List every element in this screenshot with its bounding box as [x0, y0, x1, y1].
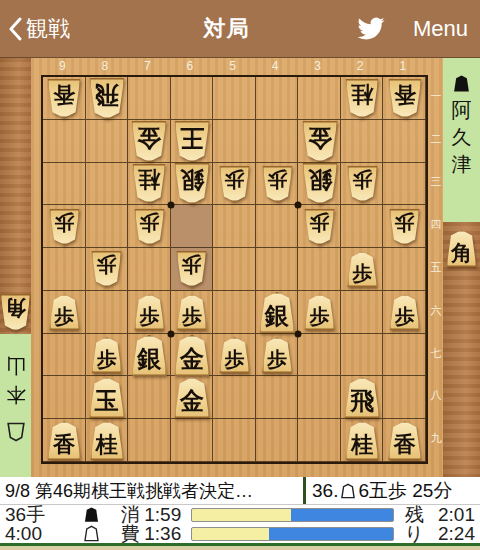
sente-nameplate: 阿 久 津: [443, 58, 480, 222]
shogi-board[interactable]: 987654321 一二三四五六七八九 香飛桂香金王金桂銀歩歩銀歩歩歩歩歩歩歩歩…: [31, 58, 443, 477]
board-cell-3九[interactable]: [298, 419, 341, 462]
board-grid: 香飛桂香金王金桂銀歩歩銀歩歩歩歩歩歩歩歩歩歩歩銀歩歩歩銀金歩歩玉金飛香桂桂香: [41, 75, 428, 464]
board-cell-4一[interactable]: [256, 77, 299, 120]
board-cell-2六[interactable]: [341, 291, 384, 334]
shogi-piece-歩-sente: 歩: [389, 294, 420, 330]
file-label: 7: [126, 59, 169, 73]
page-title: 対局: [98, 14, 355, 44]
board-cell-8二[interactable]: [86, 120, 129, 163]
shogi-piece-歩-sente: 歩: [347, 251, 378, 287]
gote-side-strip: 角 山 本: [0, 58, 31, 477]
board-cell-3一[interactable]: [298, 77, 341, 120]
shogi-piece-歩-sente: 歩: [304, 294, 335, 330]
board-cell-9六[interactable]: 歩: [43, 291, 86, 334]
board-cell-6八[interactable]: 金: [171, 376, 214, 419]
board-cell-2七[interactable]: [341, 334, 384, 377]
board-cell-8一[interactable]: 飛: [86, 77, 129, 120]
rank-label: 四: [428, 217, 444, 232]
board-cell-2一[interactable]: 桂: [341, 77, 384, 120]
board-cell-3六[interactable]: 歩: [298, 291, 341, 334]
board-cell-1四[interactable]: 歩: [383, 205, 426, 248]
event-title: 9/8 第46期棋王戦挑戦者決定…: [0, 479, 303, 503]
board-cell-8八[interactable]: 玉: [86, 376, 129, 419]
shogi-piece-飛-sente: 飛: [344, 377, 380, 418]
board-cell-4五[interactable]: [256, 248, 299, 291]
board-cell-5一[interactable]: [213, 77, 256, 120]
shogi-piece-香-sente: 香: [47, 421, 81, 460]
file-label: 2: [339, 59, 382, 73]
gote-piece-stand: 角: [0, 58, 31, 334]
gote-remaining-time: 2:24: [424, 523, 480, 545]
gote-nameplate: 山 本: [0, 334, 31, 477]
board-cell-7三[interactable]: 桂: [128, 163, 171, 206]
board-cell-2四[interactable]: [341, 205, 384, 248]
sente-name-char: 阿: [452, 100, 472, 120]
board-cell-4四[interactable]: [256, 205, 299, 248]
board-cell-1二[interactable]: [383, 120, 426, 163]
board-cell-5四[interactable]: [213, 205, 256, 248]
board-cell-2八[interactable]: 飛: [341, 376, 384, 419]
board-cell-3五[interactable]: [298, 248, 341, 291]
board-cell-7七[interactable]: 銀: [128, 334, 171, 377]
board-cell-5八[interactable]: [213, 376, 256, 419]
back-label: 観戦: [26, 14, 70, 44]
shogi-piece-桂-gote: 桂: [345, 79, 379, 118]
file-label: 5: [211, 59, 254, 73]
shogi-piece-桂-sente: 桂: [345, 421, 379, 460]
twitter-icon[interactable]: [355, 15, 387, 42]
shogi-piece-金-sente: 金: [174, 335, 210, 376]
board-cell-5六[interactable]: [213, 291, 256, 334]
board-cell-2五[interactable]: 歩: [341, 248, 384, 291]
sente-side-strip: 阿 久 津 角: [443, 58, 480, 477]
total-time: 4:00: [0, 523, 62, 545]
back-chevron-icon: [8, 17, 22, 41]
board-cell-4九[interactable]: [256, 419, 299, 462]
board-cell-7一[interactable]: [128, 77, 171, 120]
board-cell-5三[interactable]: 歩: [213, 163, 256, 206]
shogi-piece-銀-sente: 銀: [131, 335, 167, 376]
board-cell-9九[interactable]: 香: [43, 419, 86, 462]
board-cell-5七[interactable]: 歩: [213, 334, 256, 377]
shogi-piece-歩-gote: 歩: [219, 166, 250, 202]
board-cell-6九[interactable]: [171, 419, 214, 462]
board-cell-3八[interactable]: [298, 376, 341, 419]
file-labels: 987654321: [41, 59, 424, 73]
board-cell-9七[interactable]: [43, 334, 86, 377]
shogi-piece-歩-sente: 歩: [49, 294, 80, 330]
board-cell-9二[interactable]: [43, 120, 86, 163]
board-cell-6五[interactable]: 歩: [171, 248, 214, 291]
file-label: 4: [254, 59, 297, 73]
board-cell-4七[interactable]: 歩: [256, 334, 299, 377]
board-cell-8三[interactable]: [86, 163, 129, 206]
board-cell-3三[interactable]: 銀: [298, 163, 341, 206]
board-cell-1六[interactable]: 歩: [383, 291, 426, 334]
rank-label: 九: [428, 431, 444, 446]
board-cell-8九[interactable]: 桂: [86, 419, 129, 462]
shogi-piece-歩-sente: 歩: [134, 294, 165, 330]
gote-time-bar: [191, 527, 394, 541]
top-bar: 観戦 対局 Menu: [0, 0, 480, 58]
shogi-piece-香-gote: 香: [388, 79, 422, 118]
board-cell-9五[interactable]: [43, 248, 86, 291]
rank-label: 二: [428, 132, 444, 147]
board-cell-6七[interactable]: 金: [171, 334, 214, 377]
bottom-strip: [0, 543, 480, 550]
board-cell-1七[interactable]: [383, 334, 426, 377]
board-cell-8五[interactable]: 歩: [86, 248, 129, 291]
board-cell-1一[interactable]: 香: [383, 77, 426, 120]
board-cell-3二[interactable]: 金: [298, 120, 341, 163]
board-cell-7九[interactable]: [128, 419, 171, 462]
board-cell-1八[interactable]: [383, 376, 426, 419]
gote-marker-icon: [7, 422, 25, 442]
file-label: 1: [381, 59, 424, 73]
board-cell-9一[interactable]: 香: [43, 77, 86, 120]
gote-hand-piece-bishop[interactable]: 角: [0, 294, 31, 331]
board-cell-6一[interactable]: [171, 77, 214, 120]
file-label: 8: [84, 59, 127, 73]
black-piece-icon: [84, 506, 99, 523]
shogi-piece-金-gote: 金: [302, 121, 338, 162]
board-cell-8四[interactable]: [86, 205, 129, 248]
board-cell-9四[interactable]: 歩: [43, 205, 86, 248]
board-cell-8六[interactable]: [86, 291, 129, 334]
sente-name-char: 津: [452, 154, 472, 174]
gote-name-char: 本: [6, 385, 26, 405]
shogi-piece-歩-gote: 歩: [304, 209, 335, 245]
board-cell-7二[interactable]: 金: [128, 120, 171, 163]
sente-time-bar: [191, 508, 394, 522]
shogi-app: 観戦 対局 Menu 角 山 本 987654321 一二三四五六七八九: [0, 0, 480, 550]
shogi-piece-歩-gote: 歩: [176, 251, 207, 287]
sente-piece-stand: 角: [443, 222, 480, 477]
rank-label: 三: [428, 174, 444, 189]
white-piece-icon: [84, 525, 99, 542]
rank-label: 五: [428, 260, 444, 275]
shogi-piece-桂-sente: 桂: [90, 421, 124, 460]
shogi-piece-歩-gote: 歩: [134, 209, 165, 245]
board-cell-4三[interactable]: 歩: [256, 163, 299, 206]
shogi-piece-桂-gote: 桂: [132, 164, 166, 203]
board-cell-9三[interactable]: [43, 163, 86, 206]
board-cell-9八[interactable]: [43, 376, 86, 419]
shogi-piece-金-sente: 金: [174, 377, 210, 418]
rank-label: 一: [428, 89, 444, 104]
board-cell-1九[interactable]: 香: [383, 419, 426, 462]
file-label: 3: [296, 59, 339, 73]
shogi-piece-金-gote: 金: [131, 121, 167, 162]
file-label: 9: [41, 59, 84, 73]
shogi-piece-飛-gote: 飛: [89, 78, 125, 119]
board-cell-7八[interactable]: [128, 376, 171, 419]
board-cell-5五[interactable]: [213, 248, 256, 291]
shogi-piece-歩-sente: 歩: [219, 337, 250, 373]
sente-marker-icon: [453, 74, 470, 93]
shogi-piece-歩-sente: 歩: [262, 337, 293, 373]
menu-button[interactable]: Menu: [413, 16, 468, 42]
board-cell-2三[interactable]: 歩: [341, 163, 384, 206]
gote-consumed-time: 1:36: [144, 523, 189, 545]
shogi-piece-香-sente: 香: [388, 421, 422, 460]
board-cell-7六[interactable]: 歩: [128, 291, 171, 334]
board-cell-8七[interactable]: 歩: [86, 334, 129, 377]
board-cell-6二[interactable]: 王: [171, 120, 214, 163]
board-cell-2九[interactable]: 桂: [341, 419, 384, 462]
shogi-piece-銀-gote: 銀: [302, 163, 338, 204]
shogi-piece-歩-sente: 歩: [91, 337, 122, 373]
board-cell-3七[interactable]: [298, 334, 341, 377]
board-cell-7四[interactable]: 歩: [128, 205, 171, 248]
board-cell-4二[interactable]: [256, 120, 299, 163]
sente-hand-piece-bishop[interactable]: 角: [446, 230, 477, 267]
board-cell-6三[interactable]: 銀: [171, 163, 214, 206]
board-cell-3四[interactable]: 歩: [298, 205, 341, 248]
shogi-piece-歩-gote: 歩: [389, 209, 420, 245]
board-cell-2二[interactable]: [341, 120, 384, 163]
board-cell-7五[interactable]: [128, 248, 171, 291]
rank-label: 六: [428, 303, 444, 318]
board-cell-1五[interactable]: [383, 248, 426, 291]
shogi-piece-銀-gote: 銀: [174, 163, 210, 204]
board-cell-5九[interactable]: [213, 419, 256, 462]
shogi-piece-玉-sente: 玉: [89, 377, 125, 418]
rank-label: 七: [428, 346, 444, 361]
shogi-piece-王-gote: 王: [174, 121, 210, 162]
shogi-piece-歩-gote: 歩: [49, 209, 80, 245]
board-cell-4六[interactable]: 銀: [256, 291, 299, 334]
shogi-piece-歩-gote: 歩: [91, 251, 122, 287]
shogi-piece-香-gote: 香: [47, 79, 81, 118]
star-point: [295, 330, 302, 337]
file-label: 6: [169, 59, 212, 73]
rank-label: 八: [428, 388, 444, 403]
gote-move-icon: [341, 483, 355, 499]
shogi-piece-歩-sente: 歩: [176, 294, 207, 330]
board-cell-4八[interactable]: [256, 376, 299, 419]
board-cell-5二[interactable]: [213, 120, 256, 163]
gote-clock-row: 4:00 費 1:36 り 2:24: [0, 525, 480, 543]
board-cell-6四[interactable]: [171, 205, 214, 248]
board-cell-1三[interactable]: [383, 163, 426, 206]
last-move-info: 36. 6五歩 25分: [306, 478, 480, 504]
gote-name-char: 山: [6, 356, 26, 376]
rank-labels: 一二三四五六七八九: [428, 75, 444, 460]
main-area: 角 山 本 987654321 一二三四五六七八九 香飛桂香金王金桂銀歩歩銀歩歩…: [0, 58, 480, 477]
shogi-piece-歩-gote: 歩: [262, 166, 293, 202]
clock-panel: 36手 消 1:59 残 2:01 4:00 費 1:36 り 2:24: [0, 505, 480, 543]
shogi-piece-銀-sente: 銀: [259, 292, 295, 333]
board-cell-6六[interactable]: 歩: [171, 291, 214, 334]
sente-name-char: 久: [452, 127, 472, 147]
shogi-piece-歩-gote: 歩: [347, 166, 378, 202]
